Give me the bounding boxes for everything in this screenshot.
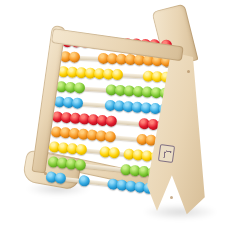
yellow-bead[interactable] (112, 69, 124, 81)
red-bead[interactable] (105, 115, 117, 127)
orange-bead[interactable] (104, 131, 116, 143)
blue-bead[interactable] (54, 172, 66, 184)
blue-bead[interactable] (72, 97, 84, 109)
green-bead[interactable] (74, 82, 86, 94)
bead-group-right (106, 84, 172, 99)
floor-shadow-right (142, 204, 218, 220)
bead-group-left (48, 141, 87, 156)
dowel-dot-top (187, 70, 190, 73)
yellow-bead[interactable] (108, 147, 120, 159)
yellow-bead[interactable] (75, 144, 87, 156)
bead-group-left (56, 81, 86, 94)
dowel-dot-foot (44, 172, 47, 175)
bead-group-middle (78, 175, 90, 187)
bead-group-left (47, 156, 86, 171)
brand-logo-stamp (158, 144, 175, 163)
bead-group-middle (99, 146, 120, 159)
blue-bead[interactable] (78, 175, 90, 187)
bead-group-left (45, 171, 66, 184)
bead-group-left (58, 66, 123, 80)
green-bead[interactable] (74, 159, 86, 171)
orange-bead[interactable] (69, 51, 80, 62)
abacus-photo (0, 0, 228, 228)
dowel-dot-bottom (170, 196, 173, 199)
bead-group-left (54, 96, 84, 109)
bead-group-left (60, 51, 80, 63)
